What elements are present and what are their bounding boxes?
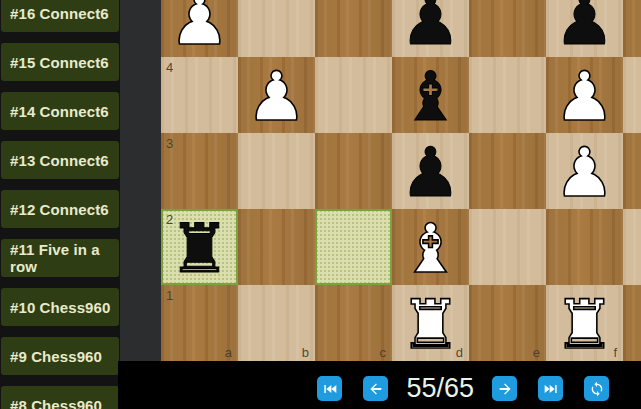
sidebar-item-game-15[interactable]: #15 Connect6 <box>1 43 119 81</box>
refresh-sync-icon <box>589 381 605 397</box>
rank-label-4: 4 <box>166 60 173 75</box>
square-b4[interactable]: ♟ <box>238 57 315 133</box>
game-list-sidebar: #16 Connect6 #15 Connect6 #14 Connect6 #… <box>0 0 120 409</box>
move-counter: 55/65 <box>406 375 474 402</box>
sidebar-item-game-16[interactable]: #16 Connect6 <box>1 0 119 32</box>
chess-board: ♟♟♟4♟♝♟3♟♟♜2♝1abc♜de♜fg <box>161 0 641 361</box>
sidebar-item-label: #16 Connect6 <box>10 5 109 22</box>
sidebar-item-label: #12 Connect6 <box>10 201 109 218</box>
black-rook: ♜ <box>169 211 230 283</box>
square-f2[interactable] <box>546 209 623 285</box>
sidebar-item-game-13[interactable]: #13 Connect6 <box>1 141 119 179</box>
square-b2[interactable] <box>238 209 315 285</box>
square-d2[interactable]: ♝ <box>392 209 469 285</box>
sidebar-item-label: #10 Chess960 <box>10 299 110 316</box>
white-pawn: ♟ <box>554 59 615 131</box>
sidebar-item-game-11[interactable]: #11 Five in a row <box>1 239 119 277</box>
app-window: ♟♟♟4♟♝♟3♟♟♜2♝1abc♜de♜fg #16 Connect6 #15… <box>0 0 641 409</box>
sidebar-item-game-9[interactable]: #9 Chess960 <box>1 337 119 375</box>
sidebar-item-label: #9 Chess960 <box>10 348 102 365</box>
file-label-c: c <box>380 345 387 360</box>
square-a2[interactable]: ♜2 <box>161 209 238 285</box>
file-label-f: f <box>613 345 617 360</box>
square-b1[interactable]: b <box>238 285 315 361</box>
square-d1[interactable]: ♜d <box>392 285 469 361</box>
sidebar-item-label: #8 Chess960 <box>10 397 102 409</box>
square-g2[interactable] <box>623 209 641 285</box>
sidebar-item-game-10[interactable]: #10 Chess960 <box>1 288 119 326</box>
file-label-d: d <box>456 345 463 360</box>
square-a4[interactable]: 4 <box>161 57 238 133</box>
sidebar-item-game-12[interactable]: #12 Connect6 <box>1 190 119 228</box>
sidebar-item-game-8[interactable]: #8 Chess960 <box>1 386 119 409</box>
sidebar-item-label: #11 Five in a row <box>10 241 119 275</box>
square-d5[interactable]: ♟ <box>392 0 469 57</box>
square-c1[interactable]: c <box>315 285 392 361</box>
rank-label-1: 1 <box>166 288 173 303</box>
white-pawn: ♟ <box>554 135 615 207</box>
white-pawn: ♟ <box>246 59 307 131</box>
arrow-right-icon <box>497 381 513 397</box>
square-f5[interactable]: ♟ <box>546 0 623 57</box>
square-e1[interactable]: e <box>469 285 546 361</box>
rank-label-2: 2 <box>166 212 173 227</box>
square-g1[interactable]: g <box>623 285 641 361</box>
square-g4[interactable] <box>623 57 641 133</box>
white-pawn: ♟ <box>169 0 230 55</box>
sidebar-item-label: #14 Connect6 <box>10 103 109 120</box>
black-pawn: ♟ <box>400 135 461 207</box>
next-move-button[interactable] <box>492 376 517 401</box>
previous-move-button[interactable] <box>363 376 388 401</box>
square-b3[interactable] <box>238 133 315 209</box>
skip-to-end-icon <box>543 381 559 397</box>
square-e3[interactable] <box>469 133 546 209</box>
square-d4[interactable]: ♝ <box>392 57 469 133</box>
square-e2[interactable] <box>469 209 546 285</box>
black-pawn: ♟ <box>400 0 461 55</box>
move-navigation-bar: 55/65 <box>118 361 641 409</box>
square-g5[interactable] <box>623 0 641 57</box>
square-g3[interactable] <box>623 133 641 209</box>
first-move-button[interactable] <box>317 376 342 401</box>
last-move-button[interactable] <box>538 376 563 401</box>
rank-label-3: 3 <box>166 136 173 151</box>
square-a1[interactable]: 1a <box>161 285 238 361</box>
black-bishop: ♝ <box>400 59 461 131</box>
square-d3[interactable]: ♟ <box>392 133 469 209</box>
file-label-b: b <box>302 345 309 360</box>
square-e5[interactable] <box>469 0 546 57</box>
file-label-e: e <box>533 345 540 360</box>
square-c5[interactable] <box>315 0 392 57</box>
square-e4[interactable] <box>469 57 546 133</box>
white-rook: ♜ <box>554 287 615 359</box>
sidebar-item-game-14[interactable]: #14 Connect6 <box>1 92 119 130</box>
square-f4[interactable]: ♟ <box>546 57 623 133</box>
square-f3[interactable]: ♟ <box>546 133 623 209</box>
square-c3[interactable] <box>315 133 392 209</box>
skip-to-start-icon <box>322 381 338 397</box>
square-c4[interactable] <box>315 57 392 133</box>
black-pawn: ♟ <box>554 0 615 55</box>
square-c2[interactable] <box>315 209 392 285</box>
refresh-button[interactable] <box>584 376 609 401</box>
square-b5[interactable] <box>238 0 315 57</box>
square-a3[interactable]: 3 <box>161 133 238 209</box>
arrow-left-icon <box>368 381 384 397</box>
file-label-a: a <box>225 345 232 360</box>
sidebar-item-label: #15 Connect6 <box>10 54 109 71</box>
white-bishop: ♝ <box>400 211 461 283</box>
sidebar-item-label: #13 Connect6 <box>10 152 109 169</box>
white-rook: ♜ <box>400 287 461 359</box>
square-a5[interactable]: ♟ <box>161 0 238 57</box>
square-f1[interactable]: ♜f <box>546 285 623 361</box>
